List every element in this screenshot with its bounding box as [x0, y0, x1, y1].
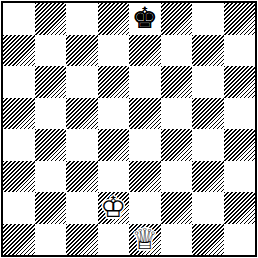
square-g4[interactable]: [192, 129, 224, 161]
board: ♚♚♚♔♛♕: [3, 3, 255, 255]
square-b4[interactable]: [35, 129, 67, 161]
square-c8[interactable]: [66, 3, 98, 35]
square-c2[interactable]: [66, 192, 98, 224]
square-e7[interactable]: [129, 35, 161, 67]
square-a3[interactable]: [3, 161, 35, 193]
square-a5[interactable]: [3, 98, 35, 130]
square-f4[interactable]: [161, 129, 193, 161]
square-d1[interactable]: [98, 224, 130, 256]
square-f1[interactable]: [161, 224, 193, 256]
square-e1[interactable]: ♛♕: [129, 224, 161, 256]
square-f2[interactable]: [161, 192, 193, 224]
square-d5[interactable]: [98, 98, 130, 130]
square-h5[interactable]: [224, 98, 256, 130]
square-e5[interactable]: [129, 98, 161, 130]
square-c7[interactable]: [66, 35, 98, 67]
square-h6[interactable]: [224, 66, 256, 98]
square-b6[interactable]: [35, 66, 67, 98]
square-d6[interactable]: [98, 66, 130, 98]
square-e6[interactable]: [129, 66, 161, 98]
square-f5[interactable]: [161, 98, 193, 130]
square-f8[interactable]: [161, 3, 193, 35]
square-h7[interactable]: [224, 35, 256, 67]
square-b1[interactable]: [35, 224, 67, 256]
square-b2[interactable]: [35, 192, 67, 224]
square-h1[interactable]: [224, 224, 256, 256]
square-d2[interactable]: ♚♔: [98, 192, 130, 224]
chessboard-frame: ♚♚♚♔♛♕: [1, 1, 257, 257]
piece-white-queen-e1[interactable]: ♛♕: [129, 224, 161, 256]
square-c4[interactable]: [66, 129, 98, 161]
square-b3[interactable]: [35, 161, 67, 193]
square-a6[interactable]: [3, 66, 35, 98]
square-a8[interactable]: [3, 3, 35, 35]
square-g8[interactable]: [192, 3, 224, 35]
square-b7[interactable]: [35, 35, 67, 67]
square-d7[interactable]: [98, 35, 130, 67]
square-b5[interactable]: [35, 98, 67, 130]
square-e4[interactable]: [129, 129, 161, 161]
square-c6[interactable]: [66, 66, 98, 98]
black-king-glyph-outline: ♚: [129, 3, 161, 35]
white-queen-glyph-outline: ♕: [129, 224, 161, 256]
square-e2[interactable]: [129, 192, 161, 224]
square-f3[interactable]: [161, 161, 193, 193]
square-d3[interactable]: [98, 161, 130, 193]
square-h2[interactable]: [224, 192, 256, 224]
square-a2[interactable]: [3, 192, 35, 224]
square-c1[interactable]: [66, 224, 98, 256]
square-h3[interactable]: [224, 161, 256, 193]
square-e8[interactable]: ♚♚: [129, 3, 161, 35]
square-c5[interactable]: [66, 98, 98, 130]
square-f7[interactable]: [161, 35, 193, 67]
square-c3[interactable]: [66, 161, 98, 193]
square-g1[interactable]: [192, 224, 224, 256]
white-king-glyph-outline: ♔: [98, 192, 130, 224]
square-a7[interactable]: [3, 35, 35, 67]
square-a4[interactable]: [3, 129, 35, 161]
square-h8[interactable]: [224, 3, 256, 35]
square-g6[interactable]: [192, 66, 224, 98]
square-g5[interactable]: [192, 98, 224, 130]
square-f6[interactable]: [161, 66, 193, 98]
square-a1[interactable]: [3, 224, 35, 256]
square-d4[interactable]: [98, 129, 130, 161]
piece-white-king-d2[interactable]: ♚♔: [98, 192, 130, 224]
square-h4[interactable]: [224, 129, 256, 161]
square-e3[interactable]: [129, 161, 161, 193]
square-b8[interactable]: [35, 3, 67, 35]
square-g3[interactable]: [192, 161, 224, 193]
piece-black-king-e8[interactable]: ♚♚: [129, 3, 161, 35]
square-d8[interactable]: [98, 3, 130, 35]
square-g7[interactable]: [192, 35, 224, 67]
square-g2[interactable]: [192, 192, 224, 224]
